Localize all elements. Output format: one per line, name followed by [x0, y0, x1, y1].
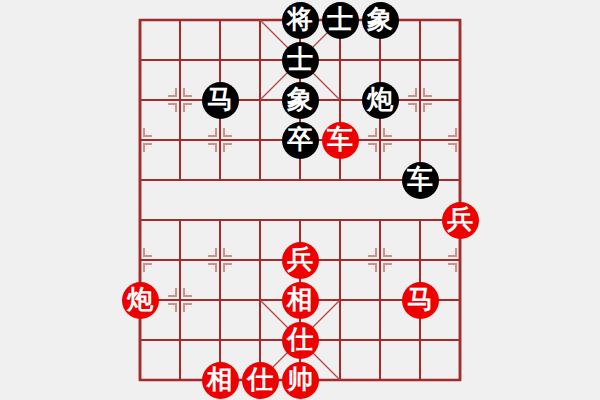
piece-black-general[interactable]: 将: [282, 2, 319, 39]
piece-black-elephant[interactable]: 象: [282, 82, 319, 119]
piece-red-general[interactable]: 帅: [282, 362, 319, 399]
piece-red-horse[interactable]: 马: [402, 282, 439, 319]
piece-red-advisor[interactable]: 仕: [242, 362, 279, 399]
piece-black-cannon[interactable]: 炮: [362, 82, 399, 119]
piece-red-elephant[interactable]: 相: [202, 362, 239, 399]
piece-black-advisor[interactable]: 士: [282, 42, 319, 79]
piece-red-soldier[interactable]: 兵: [282, 242, 319, 279]
piece-red-chariot[interactable]: 车: [322, 122, 359, 159]
xiangqi-board: 将士象士马象炮卒车车兵兵炮相马仕相仕帅: [0, 0, 600, 400]
piece-red-cannon[interactable]: 炮: [122, 282, 159, 319]
pieces-layer: 将士象士马象炮卒车车兵兵炮相马仕相仕帅: [0, 0, 600, 400]
piece-black-elephant[interactable]: 象: [362, 2, 399, 39]
piece-black-soldier[interactable]: 卒: [282, 122, 319, 159]
piece-black-horse[interactable]: 马: [202, 82, 239, 119]
piece-red-elephant[interactable]: 相: [282, 282, 319, 319]
piece-black-chariot[interactable]: 车: [402, 162, 439, 199]
piece-black-advisor[interactable]: 士: [322, 2, 359, 39]
xiangqi-app: 将士象士马象炮卒车车兵兵炮相马仕相仕帅: [0, 0, 600, 400]
piece-red-advisor[interactable]: 仕: [282, 322, 319, 359]
piece-red-soldier[interactable]: 兵: [442, 202, 479, 239]
